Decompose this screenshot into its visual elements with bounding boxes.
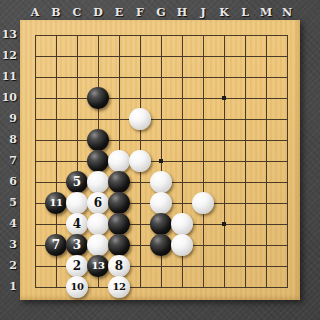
go-stone-black: 7 [45, 234, 67, 256]
go-stone-white: 2 [66, 255, 88, 277]
column-label: M [256, 6, 276, 20]
go-stone-white [150, 192, 172, 214]
move-number-label: 4 [73, 218, 81, 230]
move-number-label: 11 [50, 198, 63, 208]
go-stone-white: 4 [66, 213, 88, 235]
go-stone-black [87, 150, 109, 172]
star-point [159, 159, 163, 163]
move-number-label: 5 [73, 176, 81, 188]
column-label: K [214, 6, 234, 20]
column-label: B [46, 6, 66, 20]
move-number-label: 13 [92, 261, 105, 271]
go-board[interactable]: 511647321381012 [20, 20, 300, 300]
column-label: G [151, 6, 171, 20]
column-label: J [193, 6, 213, 20]
go-stone-black: 11 [45, 192, 67, 214]
go-stone-white: 8 [108, 255, 130, 277]
column-label: E [109, 6, 129, 20]
grid-line-vertical [245, 35, 246, 288]
go-stone-white [87, 171, 109, 193]
move-number-label: 2 [73, 260, 81, 272]
column-label: H [172, 6, 192, 20]
column-label: N [277, 6, 297, 20]
go-stone-white [87, 234, 109, 256]
row-label: 10 [0, 91, 17, 105]
row-label: 1 [0, 280, 17, 294]
column-label: D [88, 6, 108, 20]
row-label: 4 [0, 217, 17, 231]
go-stone-white [150, 171, 172, 193]
move-number-label: 3 [73, 239, 81, 251]
grid-line-vertical [203, 35, 204, 288]
column-label: A [25, 6, 45, 20]
column-label: L [235, 6, 255, 20]
go-stone-white [108, 150, 130, 172]
row-label: 2 [0, 259, 17, 273]
go-stone-white [171, 234, 193, 256]
column-label: F [130, 6, 150, 20]
go-stone-black [108, 171, 130, 193]
go-stone-black [87, 129, 109, 151]
row-label: 7 [0, 154, 17, 168]
go-stone-black [108, 192, 130, 214]
grid-line-vertical [224, 35, 225, 288]
star-point [222, 96, 226, 100]
move-number-label: 6 [94, 197, 102, 209]
row-label: 6 [0, 175, 17, 189]
row-label: 9 [0, 112, 17, 126]
grid-line-vertical [266, 35, 267, 288]
go-stone-white [87, 213, 109, 235]
row-label: 3 [0, 238, 17, 252]
go-stone-white [129, 150, 151, 172]
go-stone-white [171, 213, 193, 235]
go-stone-white [129, 108, 151, 130]
go-stone-black [150, 213, 172, 235]
go-stone-white: 12 [108, 276, 130, 298]
go-stone-black [87, 87, 109, 109]
go-stone-black [108, 234, 130, 256]
go-stone-white [66, 192, 88, 214]
move-number-label: 7 [52, 239, 60, 251]
row-label: 11 [0, 70, 17, 84]
row-label: 8 [0, 133, 17, 147]
row-label: 13 [0, 28, 17, 42]
go-stone-black: 5 [66, 171, 88, 193]
screen-background: 511647321381012 ABCDEFGHJKLMN13121110987… [0, 0, 320, 320]
go-stone-white: 10 [66, 276, 88, 298]
star-point [222, 222, 226, 226]
go-stone-white [192, 192, 214, 214]
grid-line-vertical [287, 35, 288, 288]
row-label: 12 [0, 49, 17, 63]
column-label: C [67, 6, 87, 20]
move-number-label: 8 [115, 260, 123, 272]
go-stone-white: 6 [87, 192, 109, 214]
move-number-label: 10 [71, 282, 84, 292]
go-stone-black [150, 234, 172, 256]
go-stone-black [108, 213, 130, 235]
row-label: 5 [0, 196, 17, 210]
move-number-label: 12 [113, 282, 126, 292]
go-stone-black: 13 [87, 255, 109, 277]
go-stone-black: 3 [66, 234, 88, 256]
